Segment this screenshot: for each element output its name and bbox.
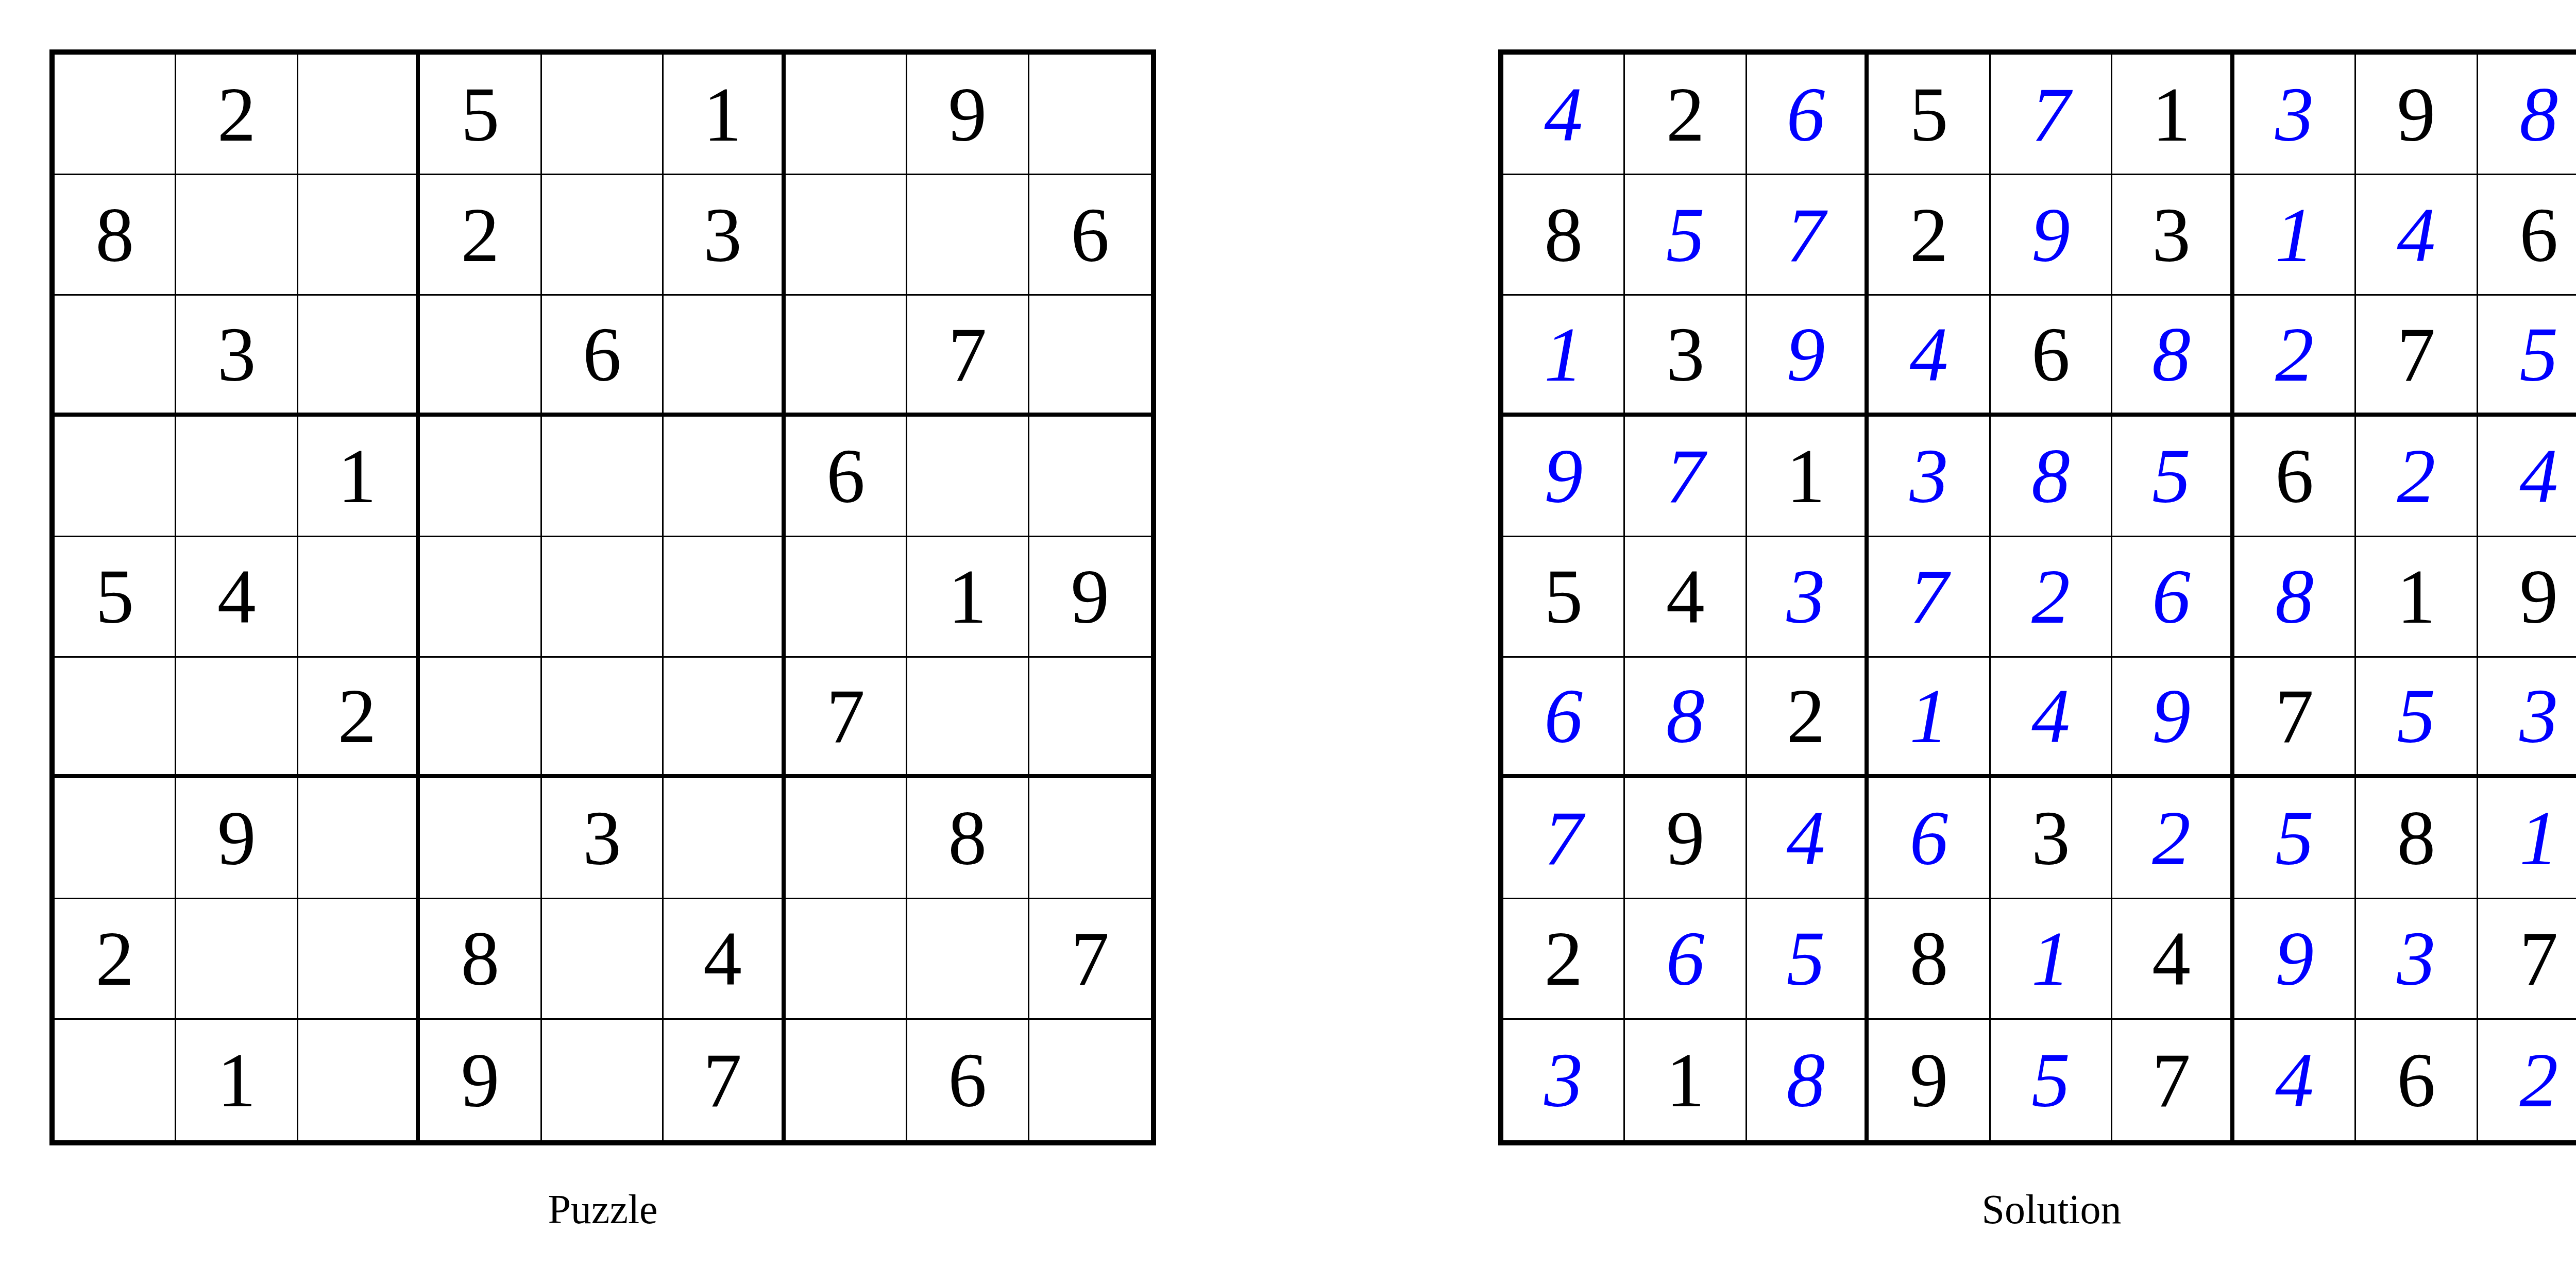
- puzzle-cell-r2c1: 8: [55, 175, 176, 296]
- solution-cell-r8c4: 8: [1869, 899, 1990, 1020]
- solution-cell-r1c3: 6: [1747, 55, 1869, 175]
- puzzle-cell-r6c7: 7: [786, 658, 907, 778]
- solution-cell-r4c2: 7: [1625, 417, 1747, 537]
- solution-cell-r3c1: 1: [1503, 296, 1625, 416]
- puzzle-cell-r3c6: [664, 296, 785, 416]
- puzzle-cell-r1c8: 9: [907, 55, 1029, 175]
- puzzle-cell-r7c2: 9: [176, 778, 298, 899]
- puzzle-cell-r4c9: [1029, 417, 1151, 537]
- puzzle-cell-r6c3: 2: [298, 658, 420, 778]
- puzzle-cell-r4c7: 6: [786, 417, 907, 537]
- solution-cell-r6c7: 7: [2234, 658, 2356, 778]
- puzzle-cell-r9c4: 9: [420, 1020, 541, 1140]
- solution-cell-r7c3: 4: [1747, 778, 1869, 899]
- puzzle-cell-r3c7: [786, 296, 907, 416]
- puzzle-cell-r7c5: 3: [542, 778, 664, 899]
- puzzle-cell-r5c9: 9: [1029, 537, 1151, 658]
- puzzle-cell-r6c4: [420, 658, 541, 778]
- solution-cell-r9c2: 1: [1625, 1020, 1747, 1140]
- solution-cell-r4c8: 2: [2356, 417, 2478, 537]
- solution-cell-r4c6: 5: [2112, 417, 2234, 537]
- puzzle-cell-r5c6: [664, 537, 785, 658]
- puzzle-cell-r4c1: [55, 417, 176, 537]
- solution-cell-r8c1: 2: [1503, 899, 1625, 1020]
- solution-cell-r3c2: 3: [1625, 296, 1747, 416]
- solution-cell-r8c2: 6: [1625, 899, 1747, 1020]
- puzzle-cell-r2c6: 3: [664, 175, 785, 296]
- puzzle-cell-r9c9: [1029, 1020, 1151, 1140]
- solution-cell-r7c6: 2: [2112, 778, 2234, 899]
- puzzle-cell-r9c6: 7: [664, 1020, 785, 1140]
- puzzle-cell-r8c5: [542, 899, 664, 1020]
- solution-cell-r9c5: 5: [1991, 1020, 2112, 1140]
- solution-cell-r4c5: 8: [1991, 417, 2112, 537]
- solution-cell-r6c6: 9: [2112, 658, 2234, 778]
- puzzle-cell-r1c6: 1: [664, 55, 785, 175]
- puzzle-cell-r1c4: 5: [420, 55, 541, 175]
- puzzle-cell-r7c1: [55, 778, 176, 899]
- puzzle-cell-r6c8: [907, 658, 1029, 778]
- solution-cell-r8c3: 5: [1747, 899, 1869, 1020]
- solution-cell-r8c9: 7: [2478, 899, 2576, 1020]
- puzzle-cell-r7c4: [420, 778, 541, 899]
- solution-cell-r1c7: 3: [2234, 55, 2356, 175]
- solution-cell-r5c6: 6: [2112, 537, 2234, 658]
- puzzle-cell-r6c5: [542, 658, 664, 778]
- puzzle-cell-r7c9: [1029, 778, 1151, 899]
- puzzle-cell-r6c9: [1029, 658, 1151, 778]
- solution-cell-r2c4: 2: [1869, 175, 1990, 296]
- solution-cell-r3c9: 5: [2478, 296, 2576, 416]
- solution-cell-r6c1: 6: [1503, 658, 1625, 778]
- puzzle-cell-r2c5: [542, 175, 664, 296]
- puzzle-cell-r4c4: [420, 417, 541, 537]
- solution-cell-r5c9: 9: [2478, 537, 2576, 658]
- solution-cell-r7c5: 3: [1991, 778, 2112, 899]
- puzzle-cell-r9c3: [298, 1020, 420, 1140]
- puzzle-cell-r8c1: 2: [55, 899, 176, 1020]
- sudoku-figure: 251982363671654192793828471976 Puzzle 42…: [0, 0, 2576, 1285]
- solution-cell-r8c5: 1: [1991, 899, 2112, 1020]
- puzzle-cell-r5c7: [786, 537, 907, 658]
- solution-cell-r5c2: 4: [1625, 537, 1747, 658]
- puzzle-cell-r8c4: 8: [420, 899, 541, 1020]
- puzzle-cell-r6c1: [55, 658, 176, 778]
- puzzle-cell-r1c7: [786, 55, 907, 175]
- puzzle-cell-r5c8: 1: [907, 537, 1029, 658]
- solution-cell-r4c7: 6: [2234, 417, 2356, 537]
- puzzle-cell-r5c2: 4: [176, 537, 298, 658]
- solution-cell-r3c7: 2: [2234, 296, 2356, 416]
- puzzle-cell-r5c5: [542, 537, 664, 658]
- solution-cell-r7c2: 9: [1625, 778, 1747, 899]
- solution-cell-r3c8: 7: [2356, 296, 2478, 416]
- puzzle-cell-r2c7: [786, 175, 907, 296]
- solution-cell-r6c3: 2: [1747, 658, 1869, 778]
- solution-cell-r2c8: 4: [2356, 175, 2478, 296]
- solution-cell-r7c9: 1: [2478, 778, 2576, 899]
- solution-cell-r2c7: 1: [2234, 175, 2356, 296]
- puzzle-cell-r2c9: 6: [1029, 175, 1151, 296]
- solution-cell-r1c9: 8: [2478, 55, 2576, 175]
- solution-cell-r6c5: 4: [1991, 658, 2112, 778]
- solution-cell-r7c4: 6: [1869, 778, 1990, 899]
- solution-cell-r1c8: 9: [2356, 55, 2478, 175]
- puzzle-cell-r9c1: [55, 1020, 176, 1140]
- puzzle-cell-r5c1: 5: [55, 537, 176, 658]
- solution-cell-r2c6: 3: [2112, 175, 2234, 296]
- solution-cell-r3c4: 4: [1869, 296, 1990, 416]
- solution-cell-r6c9: 3: [2478, 658, 2576, 778]
- puzzle-cell-r3c3: [298, 296, 420, 416]
- solution-cell-r5c4: 7: [1869, 537, 1990, 658]
- puzzle-cell-r4c5: [542, 417, 664, 537]
- solution-cell-r8c6: 4: [2112, 899, 2234, 1020]
- solution-cell-r1c4: 5: [1869, 55, 1990, 175]
- solution-cell-r7c8: 8: [2356, 778, 2478, 899]
- puzzle-cell-r2c3: [298, 175, 420, 296]
- solution-cell-r5c8: 1: [2356, 537, 2478, 658]
- puzzle-cell-r2c8: [907, 175, 1029, 296]
- solution-cell-r6c8: 5: [2356, 658, 2478, 778]
- solution-cell-r2c5: 9: [1991, 175, 2112, 296]
- puzzle-board: 251982363671654192793828471976: [49, 49, 1156, 1145]
- solution-cell-r9c8: 6: [2356, 1020, 2478, 1140]
- solution-cell-r2c2: 5: [1625, 175, 1747, 296]
- solution-cell-r3c6: 8: [2112, 296, 2234, 416]
- solution-cell-r1c1: 4: [1503, 55, 1625, 175]
- puzzle-cell-r9c5: [542, 1020, 664, 1140]
- puzzle-cell-r8c7: [786, 899, 907, 1020]
- solution-cell-r2c9: 6: [2478, 175, 2576, 296]
- solution-cell-r9c3: 8: [1747, 1020, 1869, 1140]
- solution-cell-r8c8: 3: [2356, 899, 2478, 1020]
- puzzle-cell-r1c2: 2: [176, 55, 298, 175]
- solution-cell-r2c1: 8: [1503, 175, 1625, 296]
- solution-cell-r5c3: 3: [1747, 537, 1869, 658]
- solution-cell-r5c1: 5: [1503, 537, 1625, 658]
- puzzle-cell-r9c7: [786, 1020, 907, 1140]
- puzzle-cell-r2c2: [176, 175, 298, 296]
- puzzle-cell-r1c5: [542, 55, 664, 175]
- puzzle-cell-r3c8: 7: [907, 296, 1029, 416]
- solution-cell-r9c6: 7: [2112, 1020, 2234, 1140]
- solution-cell-r6c2: 8: [1625, 658, 1747, 778]
- solution-cell-r7c1: 7: [1503, 778, 1625, 899]
- puzzle-cell-r9c2: 1: [176, 1020, 298, 1140]
- solution-cell-r1c2: 2: [1625, 55, 1747, 175]
- puzzle-cell-r1c3: [298, 55, 420, 175]
- puzzle-cell-r8c6: 4: [664, 899, 785, 1020]
- solution-cell-r2c3: 7: [1747, 175, 1869, 296]
- solution-caption: Solution: [1498, 1189, 2576, 1230]
- puzzle-cell-r3c4: [420, 296, 541, 416]
- puzzle-cell-r4c2: [176, 417, 298, 537]
- puzzle-cell-r8c9: 7: [1029, 899, 1151, 1020]
- solution-cell-r4c9: 4: [2478, 417, 2576, 537]
- puzzle-cell-r8c2: [176, 899, 298, 1020]
- puzzle-cell-r9c8: 6: [907, 1020, 1029, 1140]
- solution-cell-r9c7: 4: [2234, 1020, 2356, 1140]
- puzzle-cell-r7c8: 8: [907, 778, 1029, 899]
- puzzle-cell-r1c1: [55, 55, 176, 175]
- solution-cell-r9c1: 3: [1503, 1020, 1625, 1140]
- solution-cell-r3c5: 6: [1991, 296, 2112, 416]
- puzzle-cell-r5c3: [298, 537, 420, 658]
- puzzle-cell-r4c3: 1: [298, 417, 420, 537]
- puzzle-cell-r7c3: [298, 778, 420, 899]
- puzzle-cell-r1c9: [1029, 55, 1151, 175]
- puzzle-cell-r7c6: [664, 778, 785, 899]
- solution-cell-r4c1: 9: [1503, 417, 1625, 537]
- puzzle-cell-r8c3: [298, 899, 420, 1020]
- puzzle-cell-r8c8: [907, 899, 1029, 1020]
- puzzle-cell-r3c5: 6: [542, 296, 664, 416]
- solution-cell-r5c5: 2: [1991, 537, 2112, 658]
- puzzle-cell-r7c7: [786, 778, 907, 899]
- puzzle-cell-r3c1: [55, 296, 176, 416]
- puzzle-cell-r6c2: [176, 658, 298, 778]
- solution-cell-r4c4: 3: [1869, 417, 1990, 537]
- solution-cell-r5c7: 8: [2234, 537, 2356, 658]
- puzzle-cell-r4c8: [907, 417, 1029, 537]
- puzzle-caption: Puzzle: [49, 1189, 1156, 1230]
- solution-cell-r8c7: 9: [2234, 899, 2356, 1020]
- solution-cell-r7c7: 5: [2234, 778, 2356, 899]
- solution-cell-r4c3: 1: [1747, 417, 1869, 537]
- solution-board: 4265713988572931461394682759713856245437…: [1498, 49, 2576, 1145]
- solution-cell-r9c9: 2: [2478, 1020, 2576, 1140]
- puzzle-cell-r5c4: [420, 537, 541, 658]
- solution-cell-r3c3: 9: [1747, 296, 1869, 416]
- puzzle-cell-r4c6: [664, 417, 785, 537]
- solution-cell-r9c4: 9: [1869, 1020, 1990, 1140]
- solution-cell-r6c4: 1: [1869, 658, 1990, 778]
- puzzle-cell-r3c2: 3: [176, 296, 298, 416]
- puzzle-cell-r6c6: [664, 658, 785, 778]
- solution-cell-r1c6: 1: [2112, 55, 2234, 175]
- puzzle-cell-r2c4: 2: [420, 175, 541, 296]
- puzzle-cell-r3c9: [1029, 296, 1151, 416]
- solution-cell-r1c5: 7: [1991, 55, 2112, 175]
